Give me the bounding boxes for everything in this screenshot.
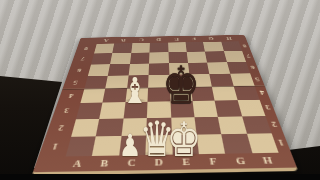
square-a5[interactable] [84, 75, 108, 88]
file-label-bottom-b: B [89, 155, 119, 171]
file-label-bottom-a: A [61, 155, 92, 171]
file-label-bottom-h: H [251, 152, 283, 168]
file-label-top-g: G [201, 35, 220, 42]
white-bishop-c4[interactable]: ♝ [122, 72, 148, 108]
square-b8[interactable] [112, 43, 132, 53]
square-c7[interactable] [129, 52, 149, 63]
square-b1[interactable] [92, 135, 121, 155]
file-label-top-h: H [219, 35, 238, 42]
square-e8[interactable] [167, 42, 186, 52]
black-king-e4[interactable]: ♚ [162, 60, 200, 111]
square-a1[interactable] [65, 136, 96, 156]
white-king-e1[interactable]: ♚ [167, 116, 202, 163]
file-label-top-f: F [184, 35, 202, 42]
rank-label-left-6: 6 [66, 64, 90, 76]
square-c8[interactable] [131, 42, 150, 52]
square-a8[interactable] [94, 43, 114, 53]
file-label-top-e: E [167, 36, 185, 43]
file-label-top-c: C [132, 36, 150, 43]
square-a3[interactable] [76, 102, 103, 118]
file-label-top-a: A [96, 37, 115, 44]
letterbox-bar [0, 174, 320, 180]
square-g6[interactable] [207, 61, 230, 73]
square-a6[interactable] [87, 63, 110, 75]
square-a7[interactable] [91, 53, 112, 64]
file-label-bottom-g: G [225, 153, 256, 169]
square-g8[interactable] [203, 41, 223, 51]
square-d8[interactable] [149, 42, 168, 52]
file-label-bottom-f: F [198, 153, 228, 169]
rank-label-left-7: 7 [71, 53, 94, 64]
square-b7[interactable] [110, 52, 131, 63]
square-f8[interactable] [185, 41, 205, 51]
photo-scene: ABCDEFGH 87654321 87654321 ABCDEFGH ♟♛♚♝… [0, 0, 320, 180]
file-label-top-b: B [114, 36, 132, 43]
square-g7[interactable] [205, 51, 226, 62]
square-a4[interactable] [80, 88, 105, 103]
rank-label-left-8: 8 [74, 43, 96, 53]
rank-label-left-4: 4 [57, 88, 84, 103]
square-a2[interactable] [71, 118, 100, 136]
rank-label-left-5: 5 [62, 76, 87, 89]
file-label-top-d: D [149, 36, 167, 43]
